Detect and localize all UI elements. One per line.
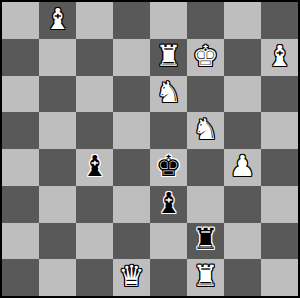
square-b6[interactable]: [39, 76, 76, 113]
square-c1[interactable]: [76, 259, 113, 296]
square-c7[interactable]: [76, 39, 113, 76]
square-d8[interactable]: [113, 2, 150, 39]
square-f4[interactable]: [187, 149, 224, 186]
square-a1[interactable]: [2, 259, 39, 296]
square-h3[interactable]: [261, 186, 298, 223]
square-g1[interactable]: [224, 259, 261, 296]
square-c5[interactable]: [76, 112, 113, 149]
square-h5[interactable]: [261, 112, 298, 149]
square-c8[interactable]: [76, 2, 113, 39]
square-g5[interactable]: [224, 112, 261, 149]
square-c6[interactable]: [76, 76, 113, 113]
square-e4[interactable]: ♚: [150, 149, 187, 186]
white-king: ♚: [193, 42, 219, 71]
square-e3[interactable]: ♝: [150, 186, 187, 223]
square-d3[interactable]: [113, 186, 150, 223]
square-a2[interactable]: [2, 223, 39, 260]
square-a3[interactable]: [2, 186, 39, 223]
square-e2[interactable]: [150, 223, 187, 260]
square-b1[interactable]: [39, 259, 76, 296]
square-a7[interactable]: [2, 39, 39, 76]
square-g3[interactable]: [224, 186, 261, 223]
black-bishop: ♝: [82, 152, 108, 181]
square-g4[interactable]: ♟: [224, 149, 261, 186]
square-c4[interactable]: ♝: [76, 149, 113, 186]
square-b4[interactable]: [39, 149, 76, 186]
square-b8[interactable]: ♝: [39, 2, 76, 39]
white-bishop: ♝: [45, 5, 71, 34]
square-h2[interactable]: [261, 223, 298, 260]
square-h1[interactable]: [261, 259, 298, 296]
square-h6[interactable]: [261, 76, 298, 113]
square-a8[interactable]: [2, 2, 39, 39]
square-g2[interactable]: [224, 223, 261, 260]
square-f5[interactable]: ♞: [187, 112, 224, 149]
square-f3[interactable]: [187, 186, 224, 223]
square-e7[interactable]: ♜: [150, 39, 187, 76]
square-f2[interactable]: ♜: [187, 223, 224, 260]
square-b7[interactable]: [39, 39, 76, 76]
square-h8[interactable]: [261, 2, 298, 39]
square-g8[interactable]: [224, 2, 261, 39]
square-f6[interactable]: [187, 76, 224, 113]
square-a5[interactable]: [2, 112, 39, 149]
square-d1[interactable]: ♛: [113, 259, 150, 296]
square-c3[interactable]: [76, 186, 113, 223]
square-f7[interactable]: ♚: [187, 39, 224, 76]
white-pawn: ♟: [230, 152, 256, 181]
white-knight: ♞: [193, 115, 219, 144]
square-g6[interactable]: [224, 76, 261, 113]
white-knight: ♞: [156, 78, 182, 107]
square-h4[interactable]: [261, 149, 298, 186]
square-b3[interactable]: [39, 186, 76, 223]
chess-board: ♝♜♚♝♞♞♝♚♟♝♜♛♜: [0, 0, 300, 298]
square-d2[interactable]: [113, 223, 150, 260]
white-rook: ♜: [156, 42, 182, 71]
square-d6[interactable]: [113, 76, 150, 113]
white-rook: ♜: [193, 262, 219, 291]
square-e1[interactable]: [150, 259, 187, 296]
square-f8[interactable]: [187, 2, 224, 39]
square-d7[interactable]: [113, 39, 150, 76]
square-b5[interactable]: [39, 112, 76, 149]
square-c2[interactable]: [76, 223, 113, 260]
white-queen: ♛: [119, 262, 145, 291]
black-king: ♚: [156, 152, 182, 181]
black-bishop: ♝: [156, 189, 182, 218]
square-b2[interactable]: [39, 223, 76, 260]
square-f1[interactable]: ♜: [187, 259, 224, 296]
square-e8[interactable]: [150, 2, 187, 39]
square-a6[interactable]: [2, 76, 39, 113]
square-g7[interactable]: [224, 39, 261, 76]
square-h7[interactable]: ♝: [261, 39, 298, 76]
square-e5[interactable]: [150, 112, 187, 149]
square-e6[interactable]: ♞: [150, 76, 187, 113]
square-a4[interactable]: [2, 149, 39, 186]
square-d4[interactable]: [113, 149, 150, 186]
white-bishop: ♝: [267, 42, 293, 71]
black-rook: ♜: [193, 225, 219, 254]
square-d5[interactable]: [113, 112, 150, 149]
